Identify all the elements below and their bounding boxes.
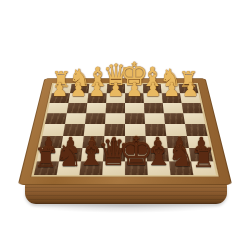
square-h3 <box>187 136 210 148</box>
square-d5 <box>105 113 125 124</box>
square-a1 <box>34 161 59 175</box>
square-b4 <box>63 124 85 136</box>
square-d6 <box>106 103 125 113</box>
square-d7 <box>106 93 125 103</box>
square-c1 <box>79 161 103 175</box>
square-f1 <box>147 161 171 175</box>
square-h4 <box>185 124 208 136</box>
square-a7 <box>50 93 70 103</box>
square-g4 <box>165 124 187 136</box>
square-a3 <box>40 136 63 148</box>
square-h1 <box>191 161 216 175</box>
square-d1 <box>102 161 125 175</box>
square-h7 <box>180 93 200 103</box>
square-a2 <box>37 148 61 161</box>
square-h5 <box>183 113 205 124</box>
square-b6 <box>67 103 88 113</box>
square-d2 <box>103 148 125 161</box>
square-a6 <box>47 103 68 113</box>
square-g2 <box>168 148 191 161</box>
square-a4 <box>42 124 65 136</box>
square-f6 <box>144 103 164 113</box>
square-e4 <box>125 124 146 136</box>
square-b2 <box>59 148 82 161</box>
square-g8 <box>161 84 180 93</box>
square-c3 <box>82 136 104 148</box>
square-e8 <box>125 84 143 93</box>
square-b3 <box>61 136 84 148</box>
square-h6 <box>182 103 203 113</box>
square-b1 <box>57 161 81 175</box>
square-b8 <box>70 84 89 93</box>
square-e3 <box>125 136 146 148</box>
square-a8 <box>52 84 72 93</box>
product-photo: ♜♞♝♛♚♝♞♜♟♟♟♟♟♟♟♟♟♟♟♟♟♟♟♟♜♞♝♛♚♝♞♜ <box>0 0 250 250</box>
square-c2 <box>81 148 104 161</box>
square-f7 <box>143 93 162 103</box>
square-f5 <box>144 113 165 124</box>
square-g7 <box>162 93 182 103</box>
square-c6 <box>86 103 106 113</box>
chessboard-frame <box>18 78 232 185</box>
square-e2 <box>125 148 147 161</box>
square-c8 <box>88 84 107 93</box>
square-g5 <box>164 113 185 124</box>
square-c4 <box>84 124 105 136</box>
square-a5 <box>45 113 67 124</box>
square-h8 <box>178 84 198 93</box>
square-f2 <box>146 148 169 161</box>
square-e6 <box>125 103 144 113</box>
square-b7 <box>68 93 88 103</box>
board-box-side <box>25 183 227 204</box>
square-f4 <box>145 124 166 136</box>
square-d8 <box>107 84 125 93</box>
square-f3 <box>146 136 168 148</box>
square-g1 <box>169 161 193 175</box>
square-b5 <box>65 113 86 124</box>
square-e1 <box>125 161 148 175</box>
chessboard-grid <box>34 84 216 175</box>
square-c5 <box>85 113 106 124</box>
square-g3 <box>166 136 189 148</box>
square-g6 <box>163 103 184 113</box>
square-d3 <box>104 136 125 148</box>
chess-set-scene: ♜♞♝♛♚♝♞♜♟♟♟♟♟♟♟♟♟♟♟♟♟♟♟♟♜♞♝♛♚♝♞♜ <box>0 0 250 250</box>
square-f8 <box>143 84 162 93</box>
square-d4 <box>104 124 125 136</box>
square-c7 <box>87 93 106 103</box>
square-h2 <box>189 148 213 161</box>
square-e7 <box>125 93 144 103</box>
square-e5 <box>125 113 145 124</box>
